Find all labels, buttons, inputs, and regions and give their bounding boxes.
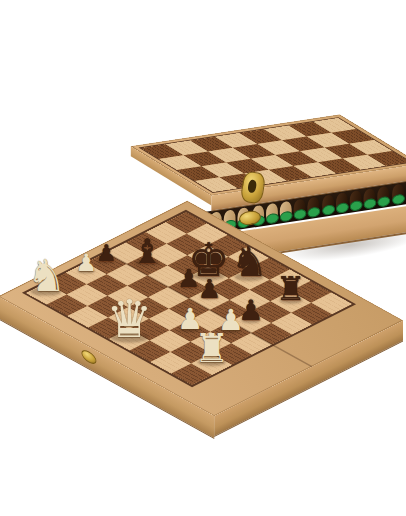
stored-dark-piece[interactable] <box>308 196 320 217</box>
stored-dark-piece[interactable] <box>294 199 306 220</box>
stored-dark-piece[interactable] <box>378 186 390 207</box>
black-pawn[interactable]: ♟ <box>198 276 221 302</box>
black-rook[interactable]: ♜ <box>276 272 306 305</box>
stored-dark-piece[interactable] <box>336 192 348 213</box>
black-pawn[interactable]: ♟ <box>177 265 199 290</box>
stored-dark-piece[interactable] <box>350 190 362 211</box>
black-knight[interactable]: ♞ <box>231 242 268 283</box>
stored-light-piece[interactable] <box>280 201 292 222</box>
black-bishop[interactable]: ♝ <box>132 234 162 268</box>
white-queen[interactable]: ♛ <box>106 293 153 345</box>
black-pawn[interactable]: ♟ <box>96 243 117 266</box>
chess-set-photo: ♞♟♟♝♟♚♛♟♞♟♟♟♜♜ <box>0 0 406 516</box>
board-brass-latch <box>81 347 96 366</box>
stored-dark-piece[interactable] <box>392 184 404 205</box>
white-rook[interactable]: ♜ <box>194 328 230 368</box>
stored-dark-piece[interactable] <box>364 188 376 209</box>
stored-light-piece[interactable] <box>266 203 278 224</box>
white-pawn[interactable]: ♟ <box>76 252 98 276</box>
white-knight[interactable]: ♞ <box>27 254 66 298</box>
stored-dark-piece[interactable] <box>322 194 334 215</box>
